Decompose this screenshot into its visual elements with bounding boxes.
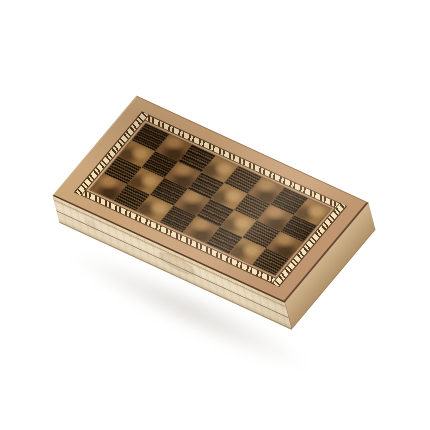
photo-canvas [0, 0, 430, 430]
